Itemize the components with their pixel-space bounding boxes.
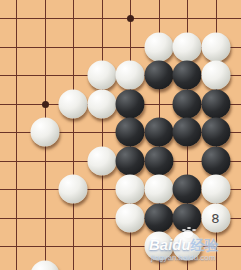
- black-stone: [144, 118, 173, 147]
- black-stone: [144, 146, 173, 175]
- white-stone: [87, 146, 116, 175]
- go-board-diagram: 8 Baidu经验 jingyan.baidu.com: [0, 0, 241, 270]
- white-stone: [201, 61, 230, 90]
- black-stone: [116, 146, 145, 175]
- black-stone: [116, 118, 145, 147]
- white-stone: [201, 175, 230, 204]
- white-stone: [144, 32, 173, 61]
- black-stone: [173, 61, 202, 90]
- black-stone: [144, 61, 173, 90]
- white-stone: [87, 61, 116, 90]
- move-number-label: 8: [211, 211, 219, 224]
- white-stone: [201, 32, 230, 61]
- grid-line-vertical: [102, 0, 103, 270]
- black-stone: [173, 175, 202, 204]
- white-stone: [144, 232, 173, 261]
- black-stone: [116, 89, 145, 118]
- white-stone: [173, 32, 202, 61]
- black-stone: [201, 118, 230, 147]
- white-stone: [116, 175, 145, 204]
- grid-line-horizontal: [0, 246, 241, 247]
- black-stone: [201, 89, 230, 118]
- white-stone: [116, 203, 145, 232]
- black-stone: [144, 203, 173, 232]
- star-point: [127, 15, 134, 22]
- white-stone: [144, 175, 173, 204]
- white-stone: [87, 89, 116, 118]
- grid-line-horizontal: [0, 18, 241, 19]
- black-stone: [173, 203, 202, 232]
- star-point: [42, 101, 49, 108]
- white-stone: [173, 232, 202, 261]
- black-stone: [173, 118, 202, 147]
- black-stone: [201, 146, 230, 175]
- white-stone: [30, 118, 59, 147]
- white-stone: [59, 175, 88, 204]
- grid-line-vertical: [16, 0, 17, 270]
- white-stone: [116, 61, 145, 90]
- black-stone: [173, 89, 202, 118]
- white-stone: [59, 89, 88, 118]
- white-stone: 8: [201, 203, 230, 232]
- white-stone: [30, 260, 59, 270]
- grid-line-vertical: [73, 0, 74, 270]
